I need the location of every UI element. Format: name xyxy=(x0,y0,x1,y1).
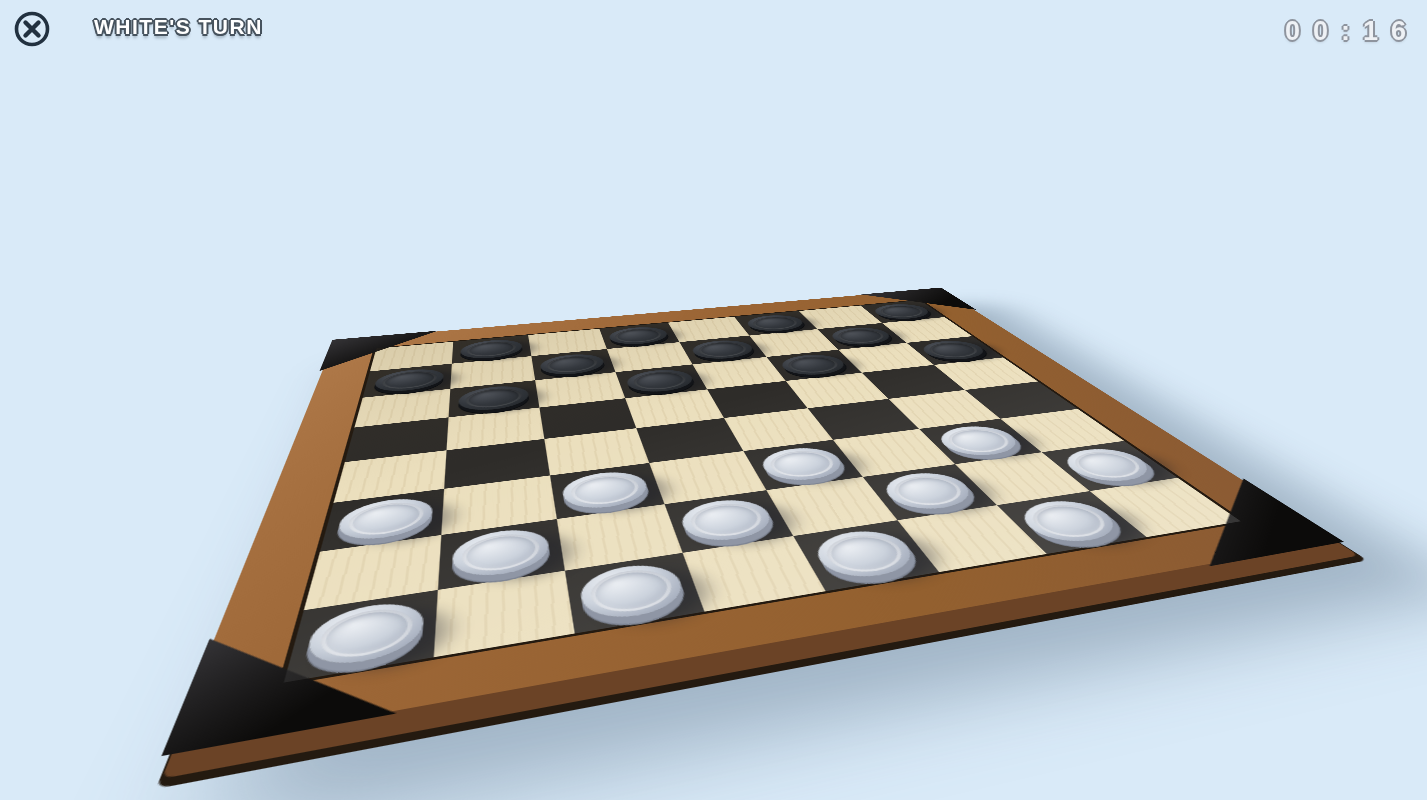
piece-black-f6[interactable] xyxy=(776,352,852,377)
circle-x-icon xyxy=(12,37,52,52)
checkers-board xyxy=(169,288,1338,751)
board-frame xyxy=(169,288,1338,751)
game-timer: 00:16 xyxy=(1285,16,1419,47)
piece-white-a1[interactable] xyxy=(301,598,425,672)
piece-white-c1[interactable] xyxy=(577,560,689,625)
piece-white-d2[interactable] xyxy=(676,496,779,546)
turn-indicator: WHITE'S TURN xyxy=(94,15,263,39)
board-grid xyxy=(278,299,1247,686)
piece-white-e3[interactable] xyxy=(755,444,851,484)
piece-white-e1[interactable] xyxy=(807,526,924,583)
board-scene xyxy=(0,0,1427,800)
piece-black-h6[interactable] xyxy=(915,339,993,362)
piece-white-c3[interactable] xyxy=(560,468,652,513)
close-button[interactable] xyxy=(12,9,52,49)
piece-white-b2[interactable] xyxy=(451,525,551,582)
piece-black-g7[interactable] xyxy=(826,326,898,347)
